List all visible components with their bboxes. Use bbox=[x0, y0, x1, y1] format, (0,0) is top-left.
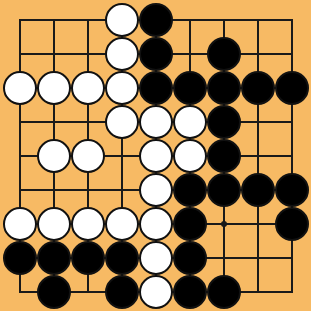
white-stone[interactable] bbox=[139, 275, 173, 309]
stones-layer bbox=[3, 3, 309, 309]
white-stone[interactable] bbox=[3, 207, 37, 241]
white-stone[interactable] bbox=[3, 71, 37, 105]
white-stone[interactable] bbox=[105, 37, 139, 71]
black-stone[interactable] bbox=[71, 241, 105, 275]
black-stone[interactable] bbox=[207, 173, 241, 207]
white-stone[interactable] bbox=[71, 71, 105, 105]
black-stone[interactable] bbox=[207, 275, 241, 309]
black-stone[interactable] bbox=[275, 173, 309, 207]
black-stone[interactable] bbox=[37, 275, 71, 309]
black-stone[interactable] bbox=[207, 105, 241, 139]
white-stone[interactable] bbox=[37, 71, 71, 105]
white-stone[interactable] bbox=[37, 139, 71, 173]
black-stone[interactable] bbox=[139, 71, 173, 105]
black-stone[interactable] bbox=[139, 37, 173, 71]
black-stone[interactable] bbox=[105, 241, 139, 275]
black-stone[interactable] bbox=[37, 241, 71, 275]
black-stone[interactable] bbox=[173, 241, 207, 275]
white-stone[interactable] bbox=[139, 139, 173, 173]
black-stone[interactable] bbox=[275, 207, 309, 241]
white-stone[interactable] bbox=[139, 241, 173, 275]
black-stone[interactable] bbox=[105, 275, 139, 309]
white-stone[interactable] bbox=[105, 3, 139, 37]
black-stone[interactable] bbox=[275, 71, 309, 105]
black-stone[interactable] bbox=[139, 3, 173, 37]
white-stone[interactable] bbox=[105, 207, 139, 241]
black-stone[interactable] bbox=[173, 71, 207, 105]
black-stone[interactable] bbox=[173, 207, 207, 241]
white-stone[interactable] bbox=[71, 139, 105, 173]
white-stone[interactable] bbox=[71, 207, 105, 241]
black-stone[interactable] bbox=[173, 275, 207, 309]
white-stone[interactable] bbox=[173, 139, 207, 173]
white-stone[interactable] bbox=[105, 105, 139, 139]
white-stone[interactable] bbox=[105, 71, 139, 105]
white-stone[interactable] bbox=[139, 207, 173, 241]
black-stone[interactable] bbox=[241, 173, 275, 207]
black-stone[interactable] bbox=[207, 71, 241, 105]
black-stone[interactable] bbox=[241, 71, 275, 105]
white-stone[interactable] bbox=[173, 105, 207, 139]
black-stone[interactable] bbox=[173, 173, 207, 207]
white-stone[interactable] bbox=[139, 173, 173, 207]
black-stone[interactable] bbox=[207, 37, 241, 71]
black-stone[interactable] bbox=[3, 241, 37, 275]
white-stone[interactable] bbox=[37, 207, 71, 241]
go-board[interactable] bbox=[0, 0, 311, 311]
white-stone[interactable] bbox=[139, 105, 173, 139]
black-stone[interactable] bbox=[207, 139, 241, 173]
